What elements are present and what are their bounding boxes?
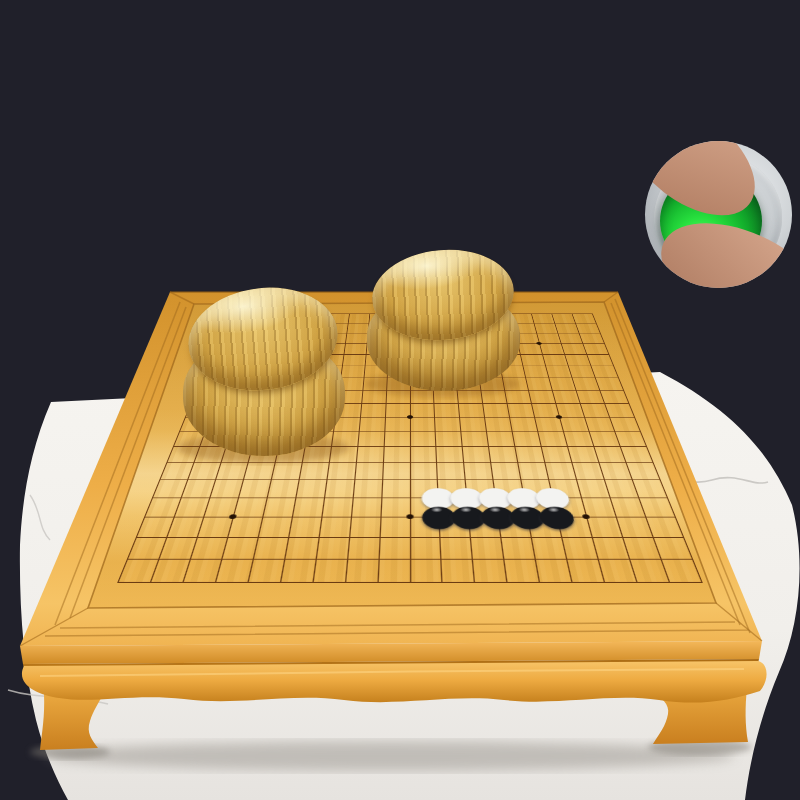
grid-cell (457, 390, 482, 403)
grid-cell (614, 431, 646, 446)
grid-cell (435, 431, 462, 446)
grid-cell (409, 417, 435, 431)
product-photo-scene: ●●●●●●●●●● (0, 0, 800, 800)
grid-cell (638, 498, 674, 517)
grid-cell (343, 343, 366, 354)
grid-cell (357, 431, 384, 446)
grid-cell (271, 463, 302, 480)
grid-cell (409, 446, 436, 462)
grid-cell (620, 446, 653, 462)
grid-cell (525, 377, 552, 389)
grid-cell (280, 559, 316, 582)
grid-cell (486, 431, 514, 446)
grid-cell (509, 417, 537, 431)
grid-cell (238, 480, 271, 498)
grid-cell (410, 403, 435, 417)
grid-cell (409, 537, 440, 559)
grid-cell (436, 463, 465, 480)
grid-cell (481, 390, 507, 403)
grid-cell (358, 417, 384, 431)
grid-cell (490, 463, 520, 480)
grid-cell (504, 390, 531, 403)
table-shadow (45, 741, 735, 771)
grid-cell (382, 446, 409, 462)
go-stone-bowl-left (183, 288, 345, 456)
grid-cell (342, 354, 366, 365)
grid-cell (599, 390, 628, 403)
grid-cell (470, 537, 503, 559)
grid-cell (360, 403, 386, 417)
grid-cell (350, 498, 380, 517)
grid-cell (590, 366, 617, 378)
grid-cell (379, 517, 409, 537)
grid-cell (243, 463, 275, 480)
grid-cell (385, 403, 410, 417)
grid-cell (501, 537, 535, 559)
grid-cell (645, 517, 683, 537)
grid-cell (352, 480, 381, 498)
grid-cell (348, 314, 370, 324)
grid-cell (355, 446, 383, 462)
grid-cell (436, 446, 464, 462)
grid-cell (385, 390, 409, 403)
grid-cell (531, 403, 559, 417)
grid-cell (579, 333, 604, 343)
grid-cell (433, 390, 458, 403)
grid-cell (653, 537, 692, 559)
grid-cell (504, 559, 540, 582)
grid-cell (312, 559, 347, 582)
grid-cell (410, 390, 434, 403)
grid-cell (582, 343, 608, 354)
grid-cell (315, 537, 348, 559)
grid-cell (354, 463, 383, 480)
grid-cell (381, 480, 410, 498)
grid-cell (380, 498, 410, 517)
star-point (536, 342, 542, 345)
grid-cell (434, 403, 460, 417)
black-go-stone: ● (535, 501, 580, 530)
grid-cell (458, 403, 484, 417)
grid-cell (463, 463, 492, 480)
grid-cell (257, 517, 291, 537)
grid-cell (604, 403, 634, 417)
grid-cell (384, 417, 410, 431)
grid-cell (632, 480, 667, 498)
grid-cell (262, 498, 295, 517)
grid-cell (377, 559, 409, 582)
grid-cell (292, 498, 324, 517)
grid-cell (382, 463, 410, 480)
grid-cell (528, 390, 555, 403)
star-point (556, 415, 563, 418)
grid-cell (284, 537, 318, 559)
star-point (582, 514, 590, 519)
grid-cell (472, 559, 507, 582)
grid-cell (349, 517, 380, 537)
star-point (406, 415, 412, 418)
grid-cell (595, 377, 623, 389)
grid-cell (575, 323, 600, 333)
grid-cell (609, 417, 640, 431)
grid-cell (346, 323, 368, 333)
grid-cell (441, 559, 474, 582)
star-point (406, 514, 413, 519)
grid-cell (344, 559, 377, 582)
grid-cell (572, 314, 596, 324)
grid-cell (482, 403, 509, 417)
grid-cell (535, 559, 572, 582)
grid-cell (512, 431, 541, 446)
grid-cell (459, 417, 486, 431)
grid-cell (523, 366, 549, 378)
grid-cell (361, 390, 386, 403)
grid-cell (324, 480, 354, 498)
grid-cell (252, 537, 287, 559)
grid-cell (227, 517, 262, 537)
grid-cell (462, 446, 490, 462)
grid-cell (531, 537, 566, 559)
grid-cell (295, 480, 326, 498)
grid-cell (586, 354, 613, 365)
grid-cell (488, 446, 517, 462)
grid-cell (345, 333, 368, 343)
grid-cell (266, 480, 298, 498)
go-stone-bowl-right (367, 250, 520, 391)
grid-cell (383, 431, 409, 446)
grid-cell (484, 417, 512, 431)
grid-cell (378, 537, 409, 559)
grid-cell (461, 431, 489, 446)
grid-cell (288, 517, 321, 537)
grid-cell (409, 559, 441, 582)
grid-cell (326, 463, 355, 480)
grid-cell (409, 463, 437, 480)
grid-cell (507, 403, 534, 417)
grid-cell (247, 559, 284, 582)
apron-rail (22, 661, 767, 703)
grid-cell (520, 354, 545, 365)
grid-cell (233, 498, 267, 517)
grid-cell (440, 537, 472, 559)
grid-cell (434, 417, 460, 431)
grid-cell (318, 517, 350, 537)
grid-cell (347, 537, 379, 559)
grid-cell (626, 463, 660, 480)
grid-cell (515, 446, 545, 462)
grid-cell (321, 498, 352, 517)
grid-cell (517, 463, 548, 480)
stone-closeup-inset (645, 141, 792, 288)
grid-cell (518, 343, 543, 354)
grid-cell (221, 537, 257, 559)
grid-cell (298, 463, 328, 480)
grid-cell (409, 431, 435, 446)
